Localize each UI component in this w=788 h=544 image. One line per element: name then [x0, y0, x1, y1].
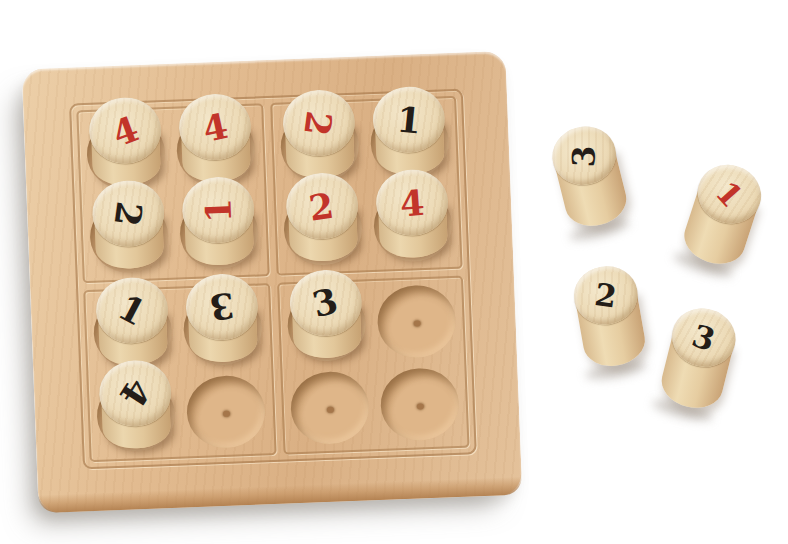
- peg-2-red[interactable]: 2: [285, 172, 361, 271]
- peg-number: 4: [114, 373, 157, 412]
- hole-r4c2[interactable]: [186, 375, 267, 450]
- peg-number: 1: [395, 101, 423, 138]
- peg-4-red[interactable]: 4: [375, 168, 451, 267]
- peg-number: 4: [399, 184, 426, 221]
- peg-3-black[interactable]: 3: [288, 268, 364, 367]
- loose-peg-2-black[interactable]: 2: [569, 261, 650, 377]
- peg-number: 2: [307, 187, 336, 225]
- peg-number: 3: [689, 320, 719, 356]
- hole-r3c4[interactable]: [376, 284, 457, 359]
- peg-1-red[interactable]: 1: [181, 176, 257, 275]
- cell-r2c3: 2: [276, 186, 369, 273]
- quadrant-1-1: 4421: [76, 103, 269, 283]
- cell-r2c1: 2: [83, 193, 176, 280]
- peg-number: 1: [201, 197, 237, 223]
- peg-number: 2: [300, 109, 338, 138]
- cell-r4c3: [283, 365, 376, 452]
- loose-peg-1-red[interactable]: 1: [675, 157, 769, 278]
- loose-peg-3-black[interactable]: 3: [654, 302, 742, 420]
- peg-number: 3: [568, 144, 600, 167]
- hole-r4c4[interactable]: [379, 367, 460, 442]
- cell-r4c4: [373, 361, 466, 448]
- peg-2-black[interactable]: 2: [91, 179, 167, 278]
- sudoku-board: 442121241343: [22, 51, 523, 513]
- peg-4-black[interactable]: 4: [98, 359, 174, 458]
- cell-r2c4: 4: [366, 182, 459, 269]
- peg-number: 4: [108, 110, 143, 151]
- quadrant-1-2: 2124: [270, 96, 463, 276]
- loose-peg-3-black[interactable]: 3: [546, 120, 634, 238]
- cell-r2c2: 1: [173, 190, 266, 277]
- peg-number: 1: [711, 176, 748, 213]
- photo-scene: 442121241343 3123: [0, 0, 788, 544]
- hole-r4c3[interactable]: [289, 371, 370, 446]
- cell-r3c3: 3: [280, 282, 373, 369]
- quadrant-grid: 442121241343: [76, 96, 469, 462]
- peg-number: 2: [593, 279, 619, 313]
- peg-number: 3: [208, 288, 237, 326]
- quadrant-2-2: 3: [277, 275, 470, 455]
- cell-r3c2: 3: [176, 286, 269, 373]
- quadrant-2-1: 134: [83, 283, 276, 463]
- peg-number: 2: [109, 199, 147, 228]
- peg-3-black[interactable]: 3: [185, 272, 261, 371]
- peg-number: 3: [309, 283, 341, 323]
- cell-r3c4: [370, 278, 463, 365]
- peg-number: 4: [200, 107, 231, 146]
- cell-r4c2: [180, 369, 273, 456]
- board-field: 442121241343: [69, 89, 477, 470]
- peg-number: 1: [113, 289, 151, 331]
- cell-r4c1: 4: [89, 372, 182, 459]
